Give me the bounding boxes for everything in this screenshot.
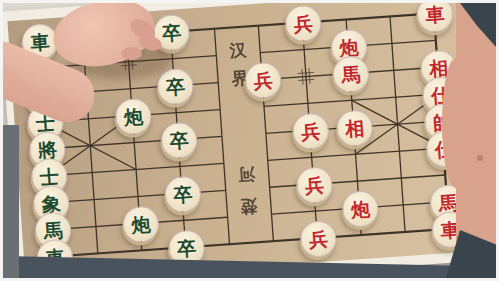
child-body-edge bbox=[3, 125, 19, 278]
photo-background: 汉 界 河 楚 車馬卒兵車炮象卒兵馬相士炮仕將卒兵相帥士仕象卒兵馬炮炮馬車卒兵車 bbox=[3, 3, 496, 278]
man-chest-detail bbox=[477, 155, 483, 161]
screenshot-frame: 汉 界 河 楚 車馬卒兵車炮象卒兵馬相士炮仕將卒兵相帥士仕象卒兵馬炮炮馬車卒兵車 bbox=[0, 0, 499, 281]
river-text-han: 汉 bbox=[225, 38, 251, 63]
man-torso bbox=[442, 58, 470, 188]
child-finger bbox=[121, 47, 142, 60]
river-text-he: 河 bbox=[234, 162, 260, 187]
river-text-chu: 楚 bbox=[236, 194, 262, 219]
